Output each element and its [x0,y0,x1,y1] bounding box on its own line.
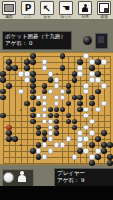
black-stone [6,130,12,136]
black-stone [66,83,72,89]
white-stone [66,136,72,142]
black-stone [30,107,36,113]
white-stone [89,77,95,83]
board-icon [2,1,16,15]
black-stone [48,77,54,83]
white-stone [101,59,107,65]
player-white-stone-icon [3,172,14,183]
white-stone [36,95,42,101]
hand-button[interactable]: ☚ 待った [58,1,74,18]
black-stone [66,89,72,95]
white-stone [77,71,83,77]
black-stone [12,65,18,71]
white-stone [77,142,83,148]
white-stone [101,83,107,89]
white-stone [48,119,54,125]
black-stone [30,95,36,101]
white-stone [42,101,48,107]
undo-button[interactable]: ↖ 戻す [39,1,55,18]
game-title: ポケット囲碁（十九路） [5,33,69,40]
pass-button[interactable]: P パス [20,1,36,18]
black-stone [95,59,101,65]
black-stone [54,107,60,113]
white-stone [83,83,89,89]
black-stone [6,65,12,71]
white-stone [42,65,48,71]
player-info-panel: プレイヤー アゲ石： 9 [54,168,113,187]
black-stone [77,101,83,107]
black-stone [30,53,36,59]
black-stone [89,142,95,148]
black-stone [24,59,30,65]
black-stone [54,119,60,125]
black-stone [89,95,95,101]
black-stone [66,113,72,119]
marked-black-stone [6,125,12,131]
player-name: プレイヤー [57,170,112,177]
white-stone [83,136,89,142]
black-stone [72,95,78,101]
black-stone [42,89,48,95]
white-stone [48,125,54,131]
hoshi-point [91,109,93,111]
cpu-opponent-icon [95,33,108,49]
black-stone [89,65,95,71]
black-stone [48,113,54,119]
white-stone [83,125,89,131]
black-stone [0,113,6,119]
black-stone [89,101,95,107]
black-stone [72,71,78,77]
white-stone [42,154,48,160]
white-stone [42,119,48,125]
black-stone [30,59,36,65]
black-stone [30,71,36,77]
black-stone [24,65,30,71]
record-button[interactable]: 棋譜 [96,1,112,18]
hoshi-point [56,73,58,75]
black-stone [72,77,78,83]
white-stone [42,95,48,101]
white-stone [89,59,95,65]
app-screen: 盤面 P パス ↖ 戻す ☚ 待った 対局 棋譜 ポケット囲碁（十九路） アゲ石… [0,0,113,200]
black-stone [6,136,12,142]
player-person-icon [17,171,26,182]
cpu-black-stone-icon [83,36,92,45]
black-stone [12,136,18,142]
white-stone [83,107,89,113]
white-stone [95,107,101,113]
white-stone [77,130,83,136]
black-stone [0,77,6,83]
white-stone [54,101,60,107]
white-stone [83,148,89,154]
black-stone [30,119,36,125]
black-stone [66,119,72,125]
white-stone [89,71,95,77]
white-stone [89,119,95,125]
document-icon [97,1,111,15]
black-stone [30,148,36,154]
black-stone [36,142,42,148]
board-button[interactable]: 盤面 [1,1,17,18]
white-stone [48,71,54,77]
black-stone [54,125,60,131]
black-stone [0,89,6,95]
black-stone [36,125,42,131]
black-stone [42,130,48,136]
white-stone [95,77,101,83]
black-stone [48,107,54,113]
bottom-black-bar [0,186,113,200]
black-stone [36,154,42,160]
black-stone [6,59,12,65]
white-stone [18,89,24,95]
white-stone [36,148,42,154]
white-stone [54,142,60,148]
pointing-hand-icon: ☚ [59,1,73,15]
black-stone [6,83,12,89]
white-stone [24,77,30,83]
white-stone [60,95,66,101]
black-stone [66,101,72,107]
black-stone [30,113,36,119]
white-stone [48,148,54,154]
black-stone [77,95,83,101]
white-stone [89,130,95,136]
white-stone [83,113,89,119]
cpu-captures: アゲ石： 0 [5,40,69,47]
white-stone [42,59,48,65]
white-stone [77,136,83,142]
black-stone [107,160,113,166]
black-stone [95,71,101,77]
black-stone [72,119,78,125]
white-stone [60,142,66,148]
white-stone [36,113,42,119]
black-stone [60,53,66,59]
black-stone [77,59,83,65]
black-stone [24,101,30,107]
white-stone [24,71,30,77]
white-stone [54,77,60,83]
black-stone [77,107,83,113]
black-stone [0,71,6,77]
black-stone [101,142,107,148]
white-stone [42,107,48,113]
white-stone [18,71,24,77]
black-stone [36,130,42,136]
black-stone [77,148,83,154]
cpu-info-panel: ポケット囲碁（十九路） アゲ石： 0 [2,31,72,50]
black-stone [30,89,36,95]
white-stone [83,89,89,95]
black-stone [42,136,48,142]
black-stone [107,142,113,148]
black-stone [42,83,48,89]
go-board[interactable] [0,52,113,165]
player-button[interactable]: 対局 [77,1,93,18]
toolbar: 盤面 P パス ↖ 戻す ☚ 待った 対局 棋譜 [0,0,113,20]
black-stone [60,65,66,71]
black-stone [0,95,6,101]
person-icon [78,1,92,15]
white-stone [48,136,54,142]
white-stone [89,154,95,160]
black-stone [95,89,101,95]
black-stone [54,130,60,136]
white-stone [101,101,107,107]
black-stone [54,113,60,119]
white-stone [60,89,66,95]
pass-icon: P [21,1,35,15]
black-stone [101,130,107,136]
black-stone [95,136,101,142]
player-captures: アゲ石： 9 [57,177,112,184]
black-stone [89,160,95,166]
white-stone [72,154,78,160]
undo-arrow-icon: ↖ [40,1,54,15]
hoshi-point [20,109,22,111]
white-stone [83,53,89,59]
black-stone [95,154,101,160]
black-stone [60,107,66,113]
white-stone [48,89,54,95]
white-stone [54,83,60,89]
black-stone [107,154,113,160]
white-stone [54,95,60,101]
black-stone [101,148,107,154]
white-stone [42,142,48,148]
black-stone [30,83,36,89]
white-stone [48,130,54,136]
black-stone [30,77,36,83]
black-stone [72,125,78,131]
white-stone [95,148,101,154]
white-stone [77,65,83,71]
white-stone [42,113,48,119]
hoshi-point [20,144,22,146]
black-stone [36,101,42,107]
